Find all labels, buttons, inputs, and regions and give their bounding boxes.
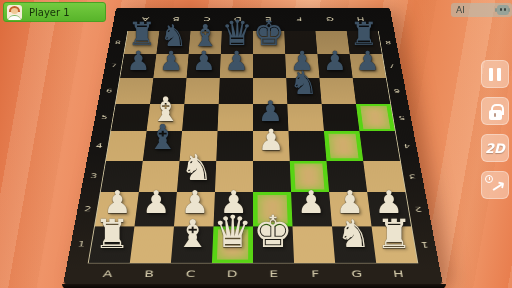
- white-bishop-c1[interactable]: ♝: [175, 215, 209, 253]
- share-arrow-clock-icon: →: [485, 176, 505, 194]
- white-pawn-e4[interactable]: ♟: [258, 126, 284, 155]
- player-black-badge[interactable]: AI: [451, 3, 512, 17]
- square-f1[interactable]: [293, 226, 336, 263]
- black-pawn-c7[interactable]: ♟: [192, 48, 216, 75]
- chess-game-screen: ABCDEFGH ABCDEFGH 87654321 87654321 ♜♞♝♛…: [0, 0, 512, 288]
- pause-icon: [489, 68, 501, 81]
- file-label-H: H: [376, 263, 421, 285]
- file-label-E: E: [253, 263, 295, 285]
- white-queen-d1[interactable]: ♛: [213, 210, 253, 254]
- file-label-far-G: G: [313, 8, 346, 32]
- square-g6[interactable]: [319, 78, 355, 104]
- square-a4[interactable]: [106, 131, 146, 160]
- player-white-badge[interactable]: Player 1: [3, 2, 106, 22]
- black-pawn-a7[interactable]: ♟: [127, 48, 151, 75]
- black-pawn-h7[interactable]: ♟: [356, 48, 380, 75]
- file-labels-bottom: ABCDEFGH: [85, 263, 421, 285]
- square-f4[interactable]: [288, 131, 326, 160]
- black-bishop-b4[interactable]: ♝: [147, 120, 178, 154]
- black-pawn-b7[interactable]: ♟: [159, 48, 183, 75]
- white-rook-h1[interactable]: ♜: [376, 214, 412, 254]
- robot-icon: [497, 5, 509, 15]
- black-pawn-g7[interactable]: ♟: [323, 48, 347, 75]
- square-e7[interactable]: [253, 54, 286, 78]
- square-d4[interactable]: [216, 131, 253, 160]
- white-knight-g1[interactable]: ♞: [336, 215, 370, 253]
- white-pawn-f2[interactable]: ♟: [297, 187, 325, 218]
- white-knight-c3[interactable]: ♞: [181, 150, 213, 186]
- file-label-D: D: [211, 263, 253, 285]
- square-a5[interactable]: [111, 104, 150, 131]
- square-f5[interactable]: [287, 104, 324, 131]
- square-h5[interactable]: [356, 104, 395, 131]
- square-a6[interactable]: [116, 78, 154, 104]
- player-black-name: AI: [456, 5, 497, 15]
- white-king-e1[interactable]: ♚: [253, 210, 293, 254]
- square-g5[interactable]: [322, 104, 360, 131]
- square-b1[interactable]: [130, 226, 174, 263]
- pause-button[interactable]: [481, 60, 509, 88]
- square-c5[interactable]: [182, 104, 219, 131]
- square-d6[interactable]: [219, 78, 253, 104]
- player-avatar-icon: [7, 5, 22, 20]
- square-g4[interactable]: [324, 131, 363, 160]
- black-king-e8[interactable]: ♚: [253, 16, 284, 51]
- lock-button[interactable]: [481, 97, 509, 125]
- black-knight-f6[interactable]: ♞: [289, 67, 318, 99]
- square-h6[interactable]: [353, 78, 391, 104]
- view-2d-label: 2D: [485, 141, 505, 156]
- white-rook-a1[interactable]: ♜: [94, 214, 130, 254]
- square-d5[interactable]: [218, 104, 253, 131]
- file-label-B: B: [127, 263, 171, 285]
- square-c6[interactable]: [184, 78, 219, 104]
- player-white-name: Player 1: [29, 7, 70, 18]
- file-label-G: G: [335, 263, 379, 285]
- white-pawn-b2[interactable]: ♟: [142, 187, 170, 218]
- hint-button[interactable]: →: [481, 171, 509, 199]
- square-e3[interactable]: [253, 161, 291, 193]
- file-label-F: F: [294, 263, 337, 285]
- board-front-edge: [62, 284, 446, 288]
- black-pawn-d7[interactable]: ♟: [225, 48, 249, 75]
- square-h4[interactable]: [359, 131, 399, 160]
- lock-icon: [489, 110, 502, 120]
- view-2d-button[interactable]: 2D: [481, 134, 509, 162]
- file-label-C: C: [169, 263, 212, 285]
- file-label-far-F: F: [283, 8, 315, 32]
- file-label-A: A: [85, 263, 130, 285]
